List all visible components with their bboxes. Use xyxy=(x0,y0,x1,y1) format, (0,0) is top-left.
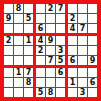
cell-r9c8[interactable]: 3 xyxy=(78,88,87,97)
cell-r6c5[interactable]: 7 xyxy=(46,56,55,65)
cell-r8c3[interactable]: 8 xyxy=(24,78,33,87)
cell-r3c7[interactable]: 4 xyxy=(68,24,77,33)
cell-r1c7[interactable] xyxy=(68,4,77,13)
cell-r3c1[interactable] xyxy=(4,24,13,33)
cell-r1c8[interactable] xyxy=(78,4,87,13)
cell-r1c5[interactable]: 2 xyxy=(46,4,55,13)
cell-r7c3[interactable]: 7 xyxy=(24,68,33,77)
cell-r4c4[interactable]: 4 xyxy=(36,36,45,45)
cell-r2c8[interactable] xyxy=(78,14,87,23)
cell-r7c4[interactable] xyxy=(36,68,45,77)
cell-r4c3[interactable]: 1 xyxy=(24,36,33,45)
cell-r9c3[interactable] xyxy=(24,88,33,97)
cell-r5c5[interactable] xyxy=(46,46,55,55)
cell-r3c4[interactable]: 6 xyxy=(36,24,45,33)
sudoku-board: 8279526472149237569176816583 xyxy=(4,4,97,97)
cell-r8c1[interactable] xyxy=(4,78,13,87)
cell-r4c7[interactable] xyxy=(68,36,77,45)
cell-r1c2[interactable]: 8 xyxy=(14,4,23,13)
cell-r9c4[interactable]: 5 xyxy=(36,88,45,97)
cell-r3c2[interactable] xyxy=(14,24,23,33)
cell-r5c2[interactable] xyxy=(14,46,23,55)
cell-r7c2[interactable]: 1 xyxy=(14,68,23,77)
cell-r9c6[interactable] xyxy=(56,88,65,97)
cell-r3c5[interactable] xyxy=(46,24,55,33)
cell-r7c7[interactable] xyxy=(68,68,77,77)
cell-r2c1[interactable]: 9 xyxy=(4,14,13,23)
cell-r7c5[interactable] xyxy=(46,68,55,77)
cell-r5c3[interactable] xyxy=(24,46,33,55)
cell-r2c3[interactable]: 5 xyxy=(24,14,33,23)
cell-r7c6[interactable]: 6 xyxy=(56,68,65,77)
cell-r1c4[interactable] xyxy=(36,4,45,13)
cell-r8c7[interactable]: 1 xyxy=(68,78,77,87)
cell-r5c7[interactable] xyxy=(68,46,77,55)
cell-r3c3[interactable] xyxy=(24,24,33,33)
cell-r7c1[interactable] xyxy=(4,68,13,77)
cell-r7c9[interactable] xyxy=(88,68,97,77)
cell-r3c6[interactable] xyxy=(56,24,65,33)
cell-r6c2[interactable] xyxy=(14,56,23,65)
cell-r8c6[interactable] xyxy=(56,78,65,87)
cell-r9c1[interactable] xyxy=(4,88,13,97)
cell-r9c9[interactable] xyxy=(88,88,97,97)
cell-r6c3[interactable] xyxy=(24,56,33,65)
cell-r3c8[interactable]: 7 xyxy=(78,24,87,33)
sudoku-board-frame: 8279526472149237569176816583 xyxy=(0,0,101,101)
cell-r4c6[interactable] xyxy=(56,36,65,45)
cell-r5c8[interactable] xyxy=(78,46,87,55)
cell-r6c8[interactable] xyxy=(78,56,87,65)
cell-r8c8[interactable] xyxy=(78,78,87,87)
cell-r4c1[interactable]: 2 xyxy=(4,36,13,45)
cell-r6c6[interactable]: 5 xyxy=(56,56,65,65)
cell-r6c9[interactable]: 9 xyxy=(88,56,97,65)
cell-r5c4[interactable]: 2 xyxy=(36,46,45,55)
cell-r8c5[interactable] xyxy=(46,78,55,87)
cell-r8c4[interactable] xyxy=(36,78,45,87)
cell-r6c7[interactable]: 6 xyxy=(68,56,77,65)
cell-r4c8[interactable] xyxy=(78,36,87,45)
cell-r4c9[interactable] xyxy=(88,36,97,45)
cell-r1c1[interactable] xyxy=(4,4,13,13)
cell-r1c3[interactable] xyxy=(24,4,33,13)
cell-r6c1[interactable] xyxy=(4,56,13,65)
cell-r5c1[interactable] xyxy=(4,46,13,55)
cell-r2c7[interactable]: 2 xyxy=(68,14,77,23)
cell-r6c4[interactable] xyxy=(36,56,45,65)
cell-r9c7[interactable] xyxy=(68,88,77,97)
cell-r7c8[interactable] xyxy=(78,68,87,77)
cell-r4c2[interactable] xyxy=(14,36,23,45)
cell-r8c2[interactable] xyxy=(14,78,23,87)
cell-r5c9[interactable] xyxy=(88,46,97,55)
cell-r4c5[interactable]: 9 xyxy=(46,36,55,45)
cell-r2c9[interactable] xyxy=(88,14,97,23)
cell-r2c6[interactable] xyxy=(56,14,65,23)
cell-r2c4[interactable] xyxy=(36,14,45,23)
cell-r3c9[interactable] xyxy=(88,24,97,33)
cell-r9c5[interactable]: 8 xyxy=(46,88,55,97)
cell-r9c2[interactable] xyxy=(14,88,23,97)
cell-r5c6[interactable]: 3 xyxy=(56,46,65,55)
cell-r2c5[interactable] xyxy=(46,14,55,23)
cell-r2c2[interactable] xyxy=(14,14,23,23)
cell-r1c6[interactable]: 7 xyxy=(56,4,65,13)
cell-r1c9[interactable] xyxy=(88,4,97,13)
cell-r8c9[interactable]: 6 xyxy=(88,78,97,87)
